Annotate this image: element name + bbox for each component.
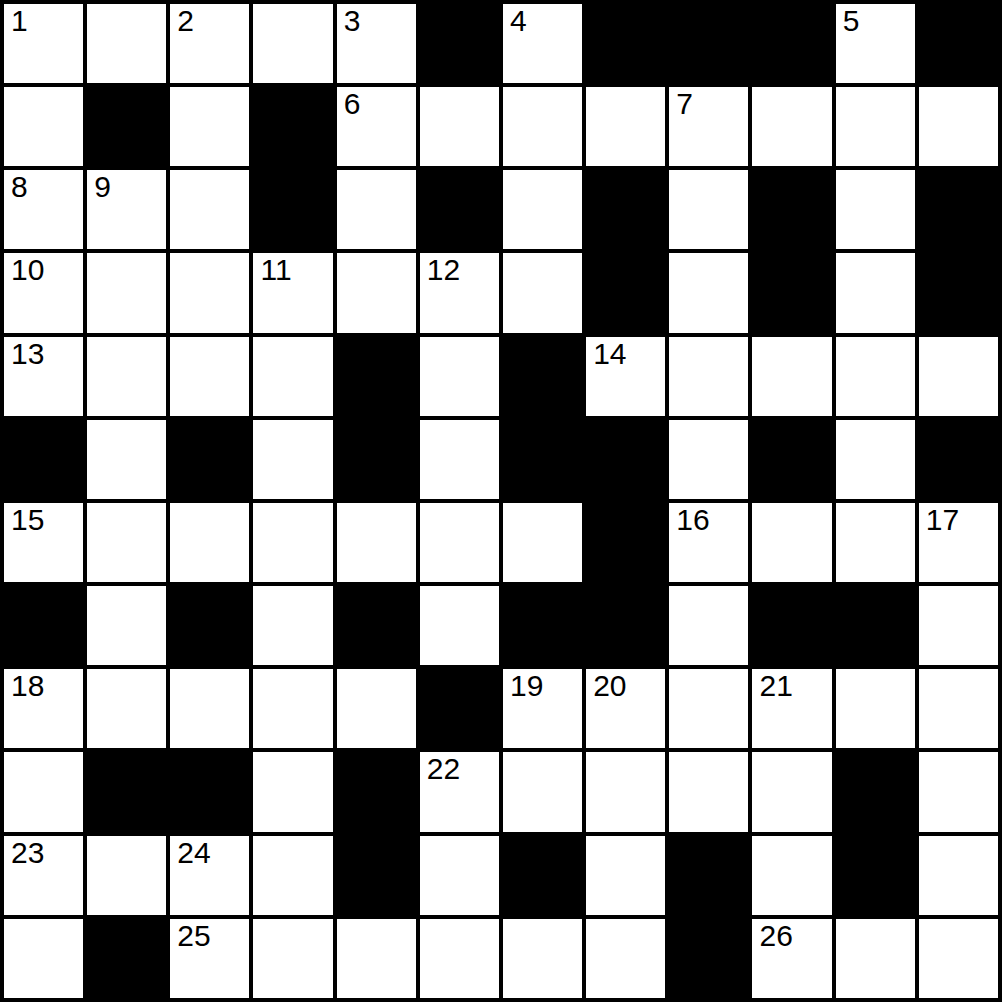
white-cell[interactable] — [503, 503, 582, 582]
white-cell[interactable] — [669, 337, 748, 416]
white-cell[interactable] — [669, 253, 748, 332]
white-cell[interactable] — [752, 337, 831, 416]
white-cell[interactable]: 17 — [919, 503, 998, 582]
white-cell[interactable] — [836, 253, 915, 332]
white-cell[interactable]: 9 — [87, 170, 166, 249]
white-cell[interactable]: 1 — [4, 4, 83, 83]
white-cell[interactable] — [337, 170, 416, 249]
white-cell[interactable] — [253, 919, 332, 998]
black-cell — [669, 836, 748, 915]
white-cell[interactable] — [836, 337, 915, 416]
white-cell[interactable] — [337, 919, 416, 998]
clue-number: 10 — [11, 254, 44, 286]
white-cell[interactable] — [586, 836, 665, 915]
white-cell[interactable] — [170, 337, 249, 416]
black-cell — [170, 586, 249, 665]
white-cell[interactable] — [87, 253, 166, 332]
white-cell[interactable] — [919, 919, 998, 998]
white-cell[interactable] — [503, 87, 582, 166]
white-cell[interactable] — [420, 836, 499, 915]
black-cell — [586, 253, 665, 332]
white-cell[interactable] — [87, 836, 166, 915]
white-cell[interactable] — [337, 253, 416, 332]
white-cell[interactable]: 10 — [4, 253, 83, 332]
black-cell — [170, 420, 249, 499]
white-cell[interactable]: 23 — [4, 836, 83, 915]
white-cell[interactable] — [253, 586, 332, 665]
clue-number: 12 — [427, 254, 460, 286]
white-cell[interactable] — [170, 253, 249, 332]
white-cell[interactable] — [87, 420, 166, 499]
clue-number: 6 — [344, 88, 361, 120]
clue-number: 3 — [344, 5, 361, 37]
black-cell — [752, 253, 831, 332]
white-cell[interactable] — [170, 87, 249, 166]
white-cell[interactable] — [919, 836, 998, 915]
white-cell[interactable]: 18 — [4, 669, 83, 748]
white-cell[interactable] — [586, 87, 665, 166]
white-cell[interactable] — [919, 337, 998, 416]
black-cell — [337, 420, 416, 499]
white-cell[interactable]: 12 — [420, 253, 499, 332]
white-cell[interactable] — [919, 87, 998, 166]
white-cell[interactable]: 8 — [4, 170, 83, 249]
clue-number: 16 — [676, 504, 709, 536]
clue-number: 20 — [593, 670, 626, 702]
white-cell[interactable] — [836, 170, 915, 249]
clue-number: 24 — [177, 837, 210, 869]
white-cell[interactable] — [919, 586, 998, 665]
white-cell[interactable] — [836, 669, 915, 748]
black-cell — [253, 170, 332, 249]
white-cell[interactable] — [503, 170, 582, 249]
black-cell — [337, 337, 416, 416]
white-cell[interactable]: 7 — [669, 87, 748, 166]
black-cell — [4, 586, 83, 665]
white-cell[interactable]: 6 — [337, 87, 416, 166]
white-cell[interactable] — [170, 503, 249, 582]
white-cell[interactable] — [4, 919, 83, 998]
white-cell[interactable] — [752, 836, 831, 915]
white-cell[interactable] — [420, 503, 499, 582]
white-cell[interactable] — [669, 420, 748, 499]
crossword-grid: 1234567891011121314151617181920212223242… — [0, 0, 1002, 1002]
black-cell — [586, 586, 665, 665]
white-cell[interactable]: 26 — [752, 919, 831, 998]
white-cell[interactable] — [586, 752, 665, 831]
black-cell — [503, 836, 582, 915]
white-cell[interactable] — [4, 752, 83, 831]
white-cell[interactable] — [503, 919, 582, 998]
white-cell[interactable] — [87, 4, 166, 83]
clue-number: 18 — [11, 670, 44, 702]
white-cell[interactable] — [4, 87, 83, 166]
white-cell[interactable]: 22 — [420, 752, 499, 831]
black-cell — [420, 170, 499, 249]
white-cell[interactable]: 15 — [4, 503, 83, 582]
black-cell — [836, 752, 915, 831]
white-cell[interactable] — [420, 919, 499, 998]
white-cell[interactable] — [87, 503, 166, 582]
black-cell — [420, 4, 499, 83]
clue-number: 26 — [759, 920, 792, 952]
black-cell — [669, 4, 748, 83]
white-cell[interactable] — [836, 420, 915, 499]
white-cell[interactable]: 5 — [836, 4, 915, 83]
white-cell[interactable] — [503, 752, 582, 831]
white-cell[interactable] — [87, 586, 166, 665]
black-cell — [586, 4, 665, 83]
black-cell — [836, 836, 915, 915]
white-cell[interactable] — [420, 586, 499, 665]
clue-number: 15 — [11, 504, 44, 536]
black-cell — [503, 420, 582, 499]
white-cell[interactable]: 14 — [586, 337, 665, 416]
white-cell[interactable] — [253, 503, 332, 582]
clue-number: 23 — [11, 837, 44, 869]
black-cell — [503, 337, 582, 416]
black-cell — [337, 836, 416, 915]
clue-number: 14 — [593, 338, 626, 370]
white-cell[interactable] — [919, 752, 998, 831]
white-cell[interactable] — [836, 87, 915, 166]
clue-number: 22 — [427, 753, 460, 785]
clue-number: 2 — [177, 5, 194, 37]
black-cell — [919, 170, 998, 249]
white-cell[interactable] — [87, 669, 166, 748]
white-cell[interactable]: 16 — [669, 503, 748, 582]
black-cell — [586, 420, 665, 499]
white-cell[interactable] — [253, 420, 332, 499]
black-cell — [337, 752, 416, 831]
white-cell[interactable] — [503, 253, 582, 332]
white-cell[interactable] — [669, 752, 748, 831]
black-cell — [919, 4, 998, 83]
black-cell — [87, 752, 166, 831]
clue-number: 7 — [676, 88, 693, 120]
black-cell — [752, 586, 831, 665]
white-cell[interactable] — [253, 337, 332, 416]
white-cell[interactable] — [669, 669, 748, 748]
clue-number: 5 — [843, 5, 860, 37]
white-cell[interactable] — [669, 586, 748, 665]
white-cell[interactable] — [669, 170, 748, 249]
clue-number: 25 — [177, 920, 210, 952]
white-cell[interactable] — [919, 669, 998, 748]
white-cell[interactable]: 4 — [503, 4, 582, 83]
black-cell — [4, 420, 83, 499]
white-cell[interactable] — [253, 669, 332, 748]
clue-number: 8 — [11, 171, 28, 203]
white-cell[interactable] — [836, 503, 915, 582]
white-cell[interactable] — [337, 669, 416, 748]
white-cell[interactable]: 13 — [4, 337, 83, 416]
clue-number: 4 — [510, 5, 527, 37]
black-cell — [586, 503, 665, 582]
white-cell[interactable]: 20 — [586, 669, 665, 748]
clue-number: 19 — [510, 670, 543, 702]
black-cell — [752, 170, 831, 249]
white-cell[interactable]: 2 — [170, 4, 249, 83]
white-cell[interactable] — [253, 752, 332, 831]
black-cell — [170, 752, 249, 831]
black-cell — [586, 170, 665, 249]
clue-number: 17 — [926, 504, 959, 536]
white-cell[interactable]: 3 — [337, 4, 416, 83]
white-cell[interactable] — [752, 752, 831, 831]
white-cell[interactable] — [253, 4, 332, 83]
black-cell — [669, 919, 748, 998]
black-cell — [503, 586, 582, 665]
clue-number: 11 — [260, 254, 291, 286]
white-cell[interactable] — [170, 669, 249, 748]
white-cell[interactable] — [87, 337, 166, 416]
black-cell — [836, 586, 915, 665]
black-cell — [87, 919, 166, 998]
clue-number: 9 — [94, 171, 111, 203]
clue-number: 1 — [11, 5, 28, 37]
black-cell — [87, 87, 166, 166]
white-cell[interactable] — [420, 337, 499, 416]
white-cell[interactable] — [420, 420, 499, 499]
white-cell[interactable] — [170, 170, 249, 249]
black-cell — [752, 420, 831, 499]
black-cell — [420, 669, 499, 748]
black-cell — [253, 87, 332, 166]
clue-number: 13 — [11, 338, 44, 370]
white-cell[interactable] — [337, 503, 416, 582]
white-cell[interactable] — [586, 919, 665, 998]
white-cell[interactable] — [836, 919, 915, 998]
white-cell[interactable] — [752, 87, 831, 166]
black-cell — [919, 253, 998, 332]
clue-number: 21 — [759, 670, 792, 702]
black-cell — [919, 420, 998, 499]
white-cell[interactable] — [752, 503, 831, 582]
black-cell — [752, 4, 831, 83]
white-cell[interactable]: 24 — [170, 836, 249, 915]
white-cell[interactable]: 21 — [752, 669, 831, 748]
white-cell[interactable] — [253, 836, 332, 915]
white-cell[interactable]: 11 — [253, 253, 332, 332]
white-cell[interactable]: 19 — [503, 669, 582, 748]
white-cell[interactable]: 25 — [170, 919, 249, 998]
black-cell — [337, 586, 416, 665]
white-cell[interactable] — [420, 87, 499, 166]
